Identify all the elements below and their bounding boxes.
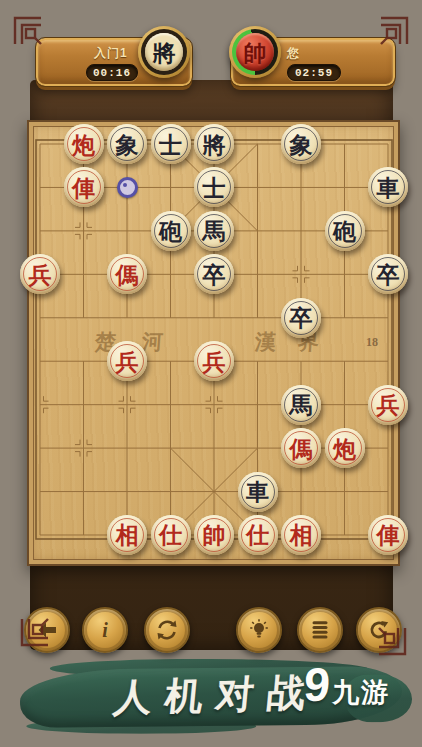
opponent-piece-badge: 將 [138,26,190,78]
piece-red-5-9[interactable]: 仕 [238,515,278,555]
piece-black-7-2[interactable]: 砲 [325,211,365,251]
corner-ornament-bottom-right [377,626,407,656]
swap-cycle-icon [155,618,179,642]
corner-ornament-bottom-left [20,617,50,647]
banner-title: 人机对战 [111,667,320,724]
bottom-banner: 人机对战 9 九游 [16,654,409,742]
piece-red-4-9[interactable]: 帥 [194,515,234,555]
piece-black-8-1[interactable]: 車 [368,167,408,207]
piece-black-3-2[interactable]: 砲 [151,211,191,251]
menu-bars-icon [308,618,332,642]
piece-red-8-6[interactable]: 兵 [368,385,408,425]
piece-black-2-0[interactable]: 象 [107,124,147,164]
move-counter: 18 [366,335,378,350]
piece-black-6-0[interactable]: 象 [281,124,321,164]
piece-red-2-9[interactable]: 相 [107,515,147,555]
piece-red-6-7[interactable]: 傌 [281,428,321,468]
logo-digit: 9 [302,661,331,708]
piece-red-1-1[interactable]: 俥 [64,167,104,207]
piece-black-8-3[interactable]: 卒 [368,254,408,294]
piece-red-6-9[interactable]: 相 [281,515,321,555]
corner-ornament-top-left [13,16,43,46]
player-general-piece: 帥 [236,33,274,71]
svg-text:i: i [102,619,108,641]
piece-black-6-4[interactable]: 卒 [281,298,321,338]
corner-ornament-top-right [379,16,409,46]
player-name: 您 [287,45,300,62]
piece-red-8-9[interactable]: 俥 [368,515,408,555]
logo-text: 九游 [332,674,390,711]
jiuyou-logo: 9 九游 [304,660,391,711]
lightbulb-icon [247,618,271,642]
piece-red-3-9[interactable]: 仕 [151,515,191,555]
piece-red-4-5[interactable]: 兵 [194,341,234,381]
player-piece-badge: 帥 [229,26,281,78]
info-button[interactable]: i [82,607,128,653]
opponent-general-piece: 將 [145,33,183,71]
player-timer: 02:59 [287,64,341,81]
menu-button[interactable] [297,607,343,653]
info-icon: i [93,618,117,642]
game-screen: 入门1 00:16 將 您 02:59 帥 楚河 漢界 18 炮象士將象俥士車砲… [0,0,422,747]
opponent-ring: 將 [141,29,187,75]
player-turn-ring: 帥 [232,29,278,75]
opponent-name: 入门1 [94,45,128,62]
piece-black-3-0[interactable]: 士 [151,124,191,164]
piece-red-2-5[interactable]: 兵 [107,341,147,381]
xiangqi-board[interactable]: 楚河 漢界 18 炮象士將象俥士車砲馬砲兵傌卒卒卒兵兵馬兵傌炮車相仕帥仕相俥 [27,120,400,566]
last-move-marker [117,177,138,198]
flip-button[interactable] [144,607,190,653]
piece-black-4-0[interactable]: 將 [194,124,234,164]
opponent-timer: 00:16 [86,64,138,81]
hint-button[interactable] [236,607,282,653]
piece-black-4-2[interactable]: 馬 [194,211,234,251]
piece-red-1-0[interactable]: 炮 [64,124,104,164]
piece-red-7-7[interactable]: 炮 [325,428,365,468]
piece-black-5-8[interactable]: 車 [238,472,278,512]
piece-black-6-6[interactable]: 馬 [281,385,321,425]
